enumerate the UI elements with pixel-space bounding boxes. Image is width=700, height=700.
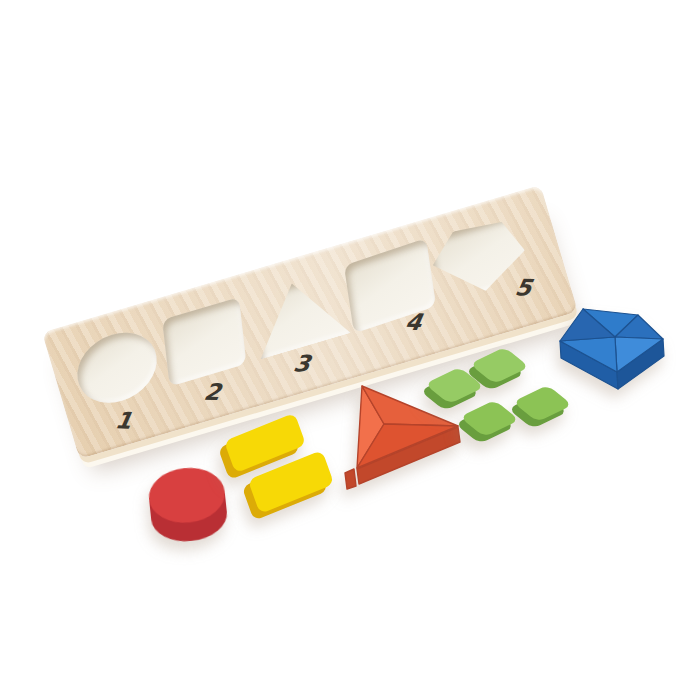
piece-blue-pentagon[interactable]	[556, 304, 668, 400]
triangle-front-chip	[345, 469, 356, 489]
slot-5-number: 5	[512, 276, 538, 299]
product-photo-canvas: 1 2 3 4 5	[0, 0, 700, 700]
piece-green-square[interactable]	[424, 340, 574, 455]
piece-yellow-square[interactable]	[216, 408, 356, 538]
slot-1-circle-cutout[interactable]	[73, 323, 161, 412]
green-square-quarter-3	[460, 400, 520, 437]
slot-2-square-cutout[interactable]	[162, 297, 246, 386]
green-square-quarter-1	[425, 367, 485, 404]
green-square-quarter-2	[470, 347, 530, 384]
slot-3-number: 3	[291, 352, 317, 375]
slot-1-number: 1	[113, 409, 139, 432]
slot-3-triangle-cutout[interactable]	[252, 269, 351, 360]
slot-2-number: 2	[201, 381, 227, 404]
